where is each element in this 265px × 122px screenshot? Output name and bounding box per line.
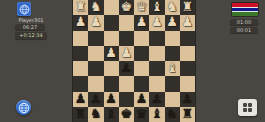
board-square[interactable] [165,46,180,61]
board-square[interactable] [165,76,180,91]
player-extra-time: +0:12:34 [15,32,47,39]
black-knight-piece: ♞ [166,107,178,120]
globe-icon [19,4,30,15]
board-square[interactable]: ♟ [88,92,103,107]
grid-icon [243,103,252,112]
board-square[interactable] [104,61,119,76]
board-square[interactable] [149,61,164,76]
black-rook-piece: ♜ [75,107,87,120]
white-rook-piece: ♜ [75,0,87,13]
white-pawn-piece: ♟ [90,15,102,28]
board-square[interactable]: ♚ [119,0,134,15]
board-square[interactable]: ♞ [88,0,103,15]
black-rook-piece: ♜ [182,107,194,120]
white-pawn-piece: ♟ [136,15,148,28]
black-king-piece: ♚ [121,107,133,120]
board-square[interactable] [104,31,119,46]
black-pawn-piece: ♟ [105,92,117,105]
board-square[interactable] [73,31,88,46]
menu-button[interactable] [238,99,257,116]
black-pawn-piece: ♟ [75,92,87,105]
black-pawn-piece: ♟ [121,61,133,74]
white-bishop-piece: ♝ [166,61,178,74]
board-square[interactable]: ♟ [119,61,134,76]
board-square[interactable] [134,76,149,91]
board-square[interactable]: ♛ [134,107,149,122]
black-pawn-piece: ♟ [182,92,194,105]
board-square[interactable] [104,15,119,30]
board-square[interactable] [149,46,164,61]
black-knight-piece: ♞ [90,107,102,120]
board-square[interactable] [180,31,195,46]
board-square[interactable]: ♟ [88,15,103,30]
black-pawn-piece: ♟ [90,92,102,105]
board-square[interactable]: ♟ [104,46,119,61]
board-square[interactable] [165,92,180,107]
board-square[interactable]: ♞ [165,107,180,122]
board-square[interactable] [134,31,149,46]
board-square[interactable]: ♞ [165,0,180,15]
board-square[interactable] [165,31,180,46]
white-pawn-piece: ♟ [182,15,194,28]
board-square[interactable] [73,46,88,61]
board-square[interactable]: ♜ [180,0,195,15]
board-square[interactable] [149,76,164,91]
board-square[interactable] [104,0,119,15]
board-square[interactable]: ♟ [149,15,164,30]
white-pawn-piece: ♟ [151,15,163,28]
player-avatar[interactable] [17,2,31,16]
app-background: Player301 06:27 +0:12:34 ♜♞♚♛♝♞♜♟♟♟♟♟♟♟♟… [0,0,265,122]
opponent-chip: 01:00 [230,19,258,25]
world-button[interactable] [16,100,31,115]
board-square[interactable]: ♝ [149,107,164,122]
white-pawn-piece: ♟ [105,46,117,59]
board-square[interactable]: ♟ [119,46,134,61]
board-square[interactable]: ♟ [73,15,88,30]
board-square[interactable] [134,61,149,76]
board-square[interactable]: ♟ [180,92,195,107]
board-square[interactable]: ♟ [149,92,164,107]
board-square[interactable] [104,76,119,91]
board-square[interactable] [88,76,103,91]
board-square[interactable]: ♟ [104,92,119,107]
white-king-piece: ♚ [121,0,133,13]
black-bishop-piece: ♝ [105,107,117,120]
board-square[interactable]: ♜ [73,0,88,15]
board-square[interactable]: ♟ [73,92,88,107]
black-queen-piece: ♛ [136,107,148,120]
board-square[interactable] [180,61,195,76]
globe-icon [18,102,30,114]
white-knight-piece: ♞ [90,0,102,13]
board-square[interactable]: ♝ [104,107,119,122]
board-square[interactable] [119,31,134,46]
board-square[interactable]: ♛ [134,0,149,15]
board-square[interactable]: ♟ [180,15,195,30]
white-pawn-piece: ♟ [75,15,87,28]
board-square[interactable] [134,46,149,61]
player-clock: 06:27 [15,24,45,30]
white-queen-piece: ♛ [136,0,148,13]
board-square[interactable]: ♟ [134,92,149,107]
chess-board[interactable]: ♜♞♚♛♝♞♜♟♟♟♟♟♟♟♟♟♝♟♟♟♟♟♟♜♞♝♚♛♝♞♜ [73,0,195,122]
board-square[interactable]: ♚ [119,107,134,122]
board-square[interactable] [119,76,134,91]
board-square[interactable]: ♝ [165,61,180,76]
opponent-flag-gambia [232,3,258,16]
white-knight-piece: ♞ [166,0,178,13]
board-square[interactable]: ♞ [88,107,103,122]
player-name: Player301 [14,17,48,23]
black-pawn-piece: ♟ [151,92,163,105]
board-square[interactable]: ♜ [73,107,88,122]
board-square[interactable] [180,46,195,61]
white-rook-piece: ♜ [182,0,194,13]
board-square[interactable] [73,76,88,91]
board-square[interactable] [119,92,134,107]
board-square[interactable] [88,31,103,46]
board-square[interactable] [119,15,134,30]
board-square[interactable] [73,61,88,76]
white-pawn-piece: ♟ [121,46,133,59]
board-square[interactable]: ♝ [149,0,164,15]
white-bishop-piece: ♝ [151,0,163,13]
opponent-clock: 00:01 [230,27,258,33]
board-square[interactable]: ♜ [180,107,195,122]
white-pawn-piece: ♟ [166,15,178,28]
board-square[interactable] [180,76,195,91]
board-square[interactable] [149,31,164,46]
black-bishop-piece: ♝ [151,107,163,120]
board-square[interactable] [88,61,103,76]
board-square[interactable]: ♟ [165,15,180,30]
board-square[interactable] [88,46,103,61]
board-square[interactable]: ♟ [134,15,149,30]
black-pawn-piece: ♟ [136,92,148,105]
